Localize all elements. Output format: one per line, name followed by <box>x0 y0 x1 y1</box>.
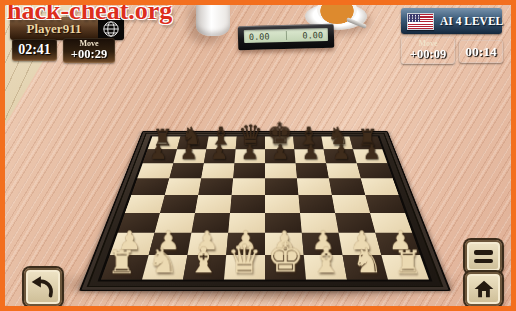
square-e5[interactable] <box>265 178 298 195</box>
ai-plate: AI 4 LEVEL <box>401 8 502 34</box>
menu-icon <box>474 250 493 255</box>
square-g4[interactable] <box>332 195 370 213</box>
piece-white-bishop-c1[interactable]: ♝ <box>188 243 219 278</box>
undo-icon <box>29 273 57 301</box>
square-h4[interactable] <box>365 195 405 213</box>
ai-move-value: +00:09 <box>410 48 446 62</box>
ai-clock: 00:14 <box>459 40 503 63</box>
piece-white-rook-h1[interactable]: ♜ <box>394 246 423 278</box>
square-f1[interactable]: ♝ <box>304 255 347 280</box>
square-a6[interactable] <box>137 163 173 178</box>
square-a1[interactable]: ♜ <box>101 255 149 280</box>
square-b6[interactable] <box>169 163 204 178</box>
square-h5[interactable] <box>361 178 399 195</box>
menu-button[interactable] <box>465 240 502 273</box>
undo-button[interactable] <box>24 268 62 306</box>
player-move-increment: Move +00:29 <box>63 38 115 63</box>
square-f7[interactable]: ♟ <box>294 149 326 163</box>
square-c1[interactable]: ♝ <box>183 255 226 280</box>
piece-black-pawn-a7[interactable]: ♟ <box>149 142 167 162</box>
square-e7[interactable]: ♟ <box>265 149 296 163</box>
piece-white-knight-g1[interactable]: ♞ <box>352 244 383 278</box>
game-screen: 0.00 0.00 ♜♞♝♛♚♝♞♜♟♟♟♟♟♟♟♟♟♟♟♟♟♟♟♟♜♞♝♛♚♝… <box>0 0 516 311</box>
square-d6[interactable] <box>233 163 265 178</box>
square-b7[interactable]: ♟ <box>173 149 206 163</box>
square-e1[interactable]: ♚ <box>265 255 306 280</box>
board-frame: ♜♞♝♛♚♝♞♜♟♟♟♟♟♟♟♟♟♟♟♟♟♟♟♟♜♞♝♛♚♝♞♜ <box>79 131 451 291</box>
piece-black-pawn-h7[interactable]: ♟ <box>363 142 381 162</box>
piece-black-pawn-c7[interactable]: ♟ <box>210 142 228 162</box>
square-h7[interactable]: ♟ <box>353 149 387 163</box>
square-e4[interactable] <box>265 195 300 213</box>
square-h6[interactable] <box>357 163 393 178</box>
piece-black-pawn-b7[interactable]: ♟ <box>180 142 198 162</box>
square-b5[interactable] <box>165 178 201 195</box>
piece-white-knight-b1[interactable]: ♞ <box>148 244 179 278</box>
square-d4[interactable] <box>230 195 265 213</box>
square-f6[interactable] <box>296 163 329 178</box>
clock-lcd-divider <box>285 31 286 40</box>
white-mug <box>196 0 230 36</box>
square-d7[interactable]: ♟ <box>234 149 265 163</box>
square-c4[interactable] <box>195 195 232 213</box>
piece-black-pawn-g7[interactable]: ♟ <box>332 142 350 162</box>
piece-black-pawn-e7[interactable]: ♟ <box>271 142 289 162</box>
piece-white-queen-d1[interactable]: ♛ <box>227 239 262 278</box>
square-g1[interactable]: ♞ <box>343 255 388 280</box>
square-d5[interactable] <box>232 178 265 195</box>
watermark-text: hack-cheat.org <box>7 0 172 26</box>
piece-white-bishop-f1[interactable]: ♝ <box>311 243 342 278</box>
square-c6[interactable] <box>201 163 234 178</box>
square-b1[interactable]: ♞ <box>142 255 187 280</box>
home-button[interactable] <box>465 272 502 306</box>
board-grid: ♜♞♝♛♚♝♞♜♟♟♟♟♟♟♟♟♟♟♟♟♟♟♟♟♜♞♝♛♚♝♞♜ <box>97 136 432 282</box>
square-c5[interactable] <box>198 178 233 195</box>
square-g7[interactable]: ♟ <box>324 149 357 163</box>
home-icon <box>473 279 495 299</box>
square-a4[interactable] <box>125 195 165 213</box>
square-g6[interactable] <box>326 163 361 178</box>
square-e6[interactable] <box>265 163 297 178</box>
clock-lcd-right: 0.00 <box>302 30 323 41</box>
clock-lcd-left: 0.00 <box>249 31 270 42</box>
square-a7[interactable]: ♟ <box>143 149 177 163</box>
piece-black-pawn-f7[interactable]: ♟ <box>302 142 320 162</box>
chess-clock-lcd: 0.00 0.00 <box>244 28 328 43</box>
square-a5[interactable] <box>131 178 169 195</box>
ai-level-label: AI 4 LEVEL <box>440 15 503 27</box>
piece-white-rook-a1[interactable]: ♜ <box>108 246 137 278</box>
square-g5[interactable] <box>329 178 365 195</box>
player-move-value: +00:29 <box>71 48 107 62</box>
square-h1[interactable]: ♜ <box>381 255 429 280</box>
player-clock: 02:41 <box>12 39 57 61</box>
us-flag-icon <box>407 13 434 30</box>
ai-move-increment: Move +00:09 <box>401 37 455 64</box>
square-f4[interactable] <box>298 195 335 213</box>
square-c7[interactable]: ♟ <box>204 149 236 163</box>
piece-white-king-e1[interactable]: ♚ <box>267 237 304 278</box>
square-b4[interactable] <box>160 195 198 213</box>
square-f5[interactable] <box>297 178 332 195</box>
piece-black-pawn-d7[interactable]: ♟ <box>241 142 259 162</box>
square-d1[interactable]: ♛ <box>224 255 265 280</box>
board-scene: ♜♞♝♛♚♝♞♜♟♟♟♟♟♟♟♟♟♟♟♟♟♟♟♟♜♞♝♛♚♝♞♜ <box>79 45 451 295</box>
